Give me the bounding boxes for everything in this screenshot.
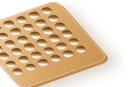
board-hole-r6c3-empty bbox=[36, 58, 51, 67]
board-hole-r6c2-empty bbox=[23, 62, 38, 71]
photo-background bbox=[0, 0, 131, 87]
board-hole-r4c4-empty bbox=[35, 38, 50, 47]
board-hole-r6c4-empty bbox=[48, 53, 63, 62]
board-hole-r6c6-empty bbox=[74, 45, 89, 54]
board-hole-r6c5-empty bbox=[61, 49, 76, 58]
board-hole-r4c5-empty bbox=[47, 34, 62, 43]
board-hole-r4c1-empty bbox=[0, 52, 11, 61]
board-hole-r4c6-empty bbox=[60, 29, 75, 38]
game-board bbox=[0, 0, 108, 87]
board-hole-r6c1-empty bbox=[10, 67, 25, 76]
board-hole-r4c2-empty bbox=[9, 47, 24, 56]
